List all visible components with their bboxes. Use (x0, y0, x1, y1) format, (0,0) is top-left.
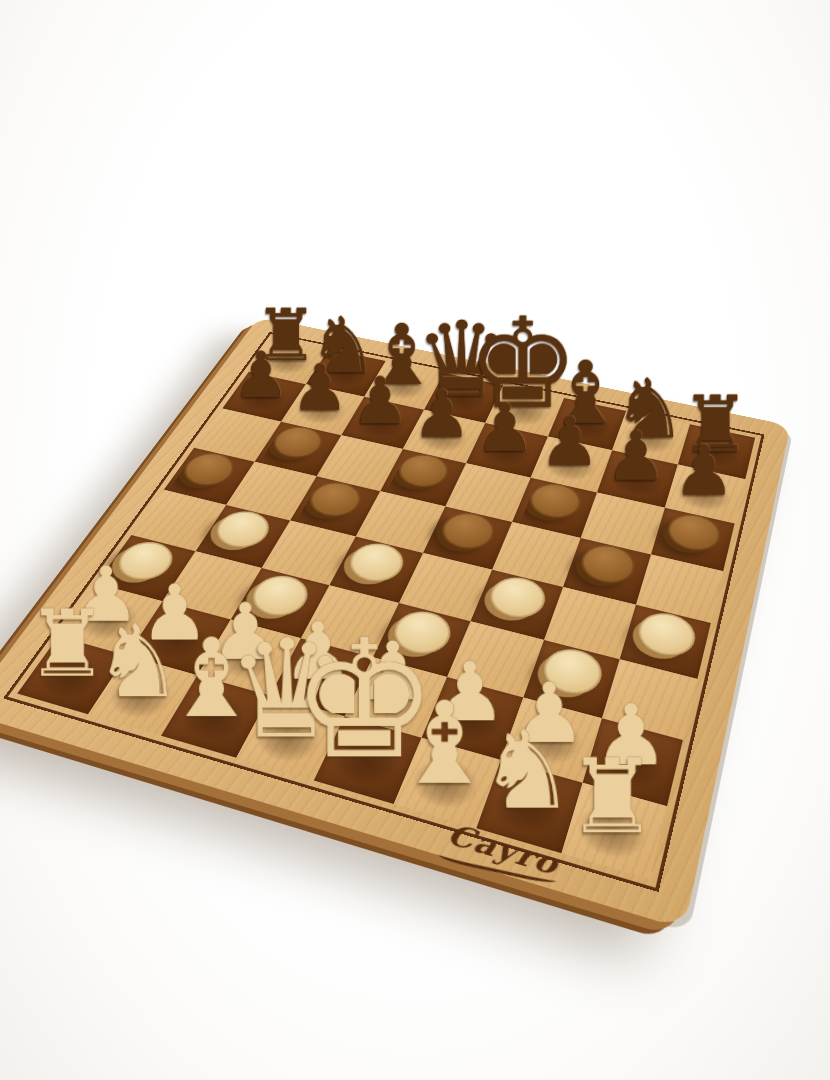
black-pawn-d7: ♟ (413, 388, 472, 442)
checker-light-disc-f4 (484, 572, 551, 623)
square-g4 (544, 587, 636, 659)
black-pawn-b7: ♟ (291, 362, 348, 415)
black-pawn-g7: ♟ (606, 429, 667, 485)
black-pawn-e7: ♟ (475, 401, 535, 455)
white-knight-g1: ♞ (479, 726, 576, 815)
board-grid: ♜♞♝♛♚♝♞♜♟♟♟♟♟♟♟♟♟♟♟♟♟♟♟♟♜♞♝♛♚♝♞♜ (18, 337, 756, 879)
checker-dark-disc-h6 (664, 510, 725, 556)
square-h1: ♜ (562, 783, 667, 879)
black-pawn-h7: ♟ (673, 443, 735, 500)
black-pawn-c7: ♟ (351, 375, 409, 428)
black-pawn-f7: ♟ (540, 415, 600, 470)
square-h7: ♟ (665, 465, 745, 524)
black-pawn-a7: ♟ (233, 349, 290, 401)
white-rook-h1: ♜ (567, 755, 659, 839)
chess-board: ♜♞♝♛♚♝♞♜♟♟♟♟♟♟♟♟♟♟♟♟♟♟♟♟♜♞♝♛♚♝♞♜ Cayro (0, 317, 791, 929)
product-photo-scene: ♜♞♝♛♚♝♞♜♟♟♟♟♟♟♟♟♟♟♟♟♟♟♟♟♜♞♝♛♚♝♞♜ Cayro (0, 0, 830, 1080)
